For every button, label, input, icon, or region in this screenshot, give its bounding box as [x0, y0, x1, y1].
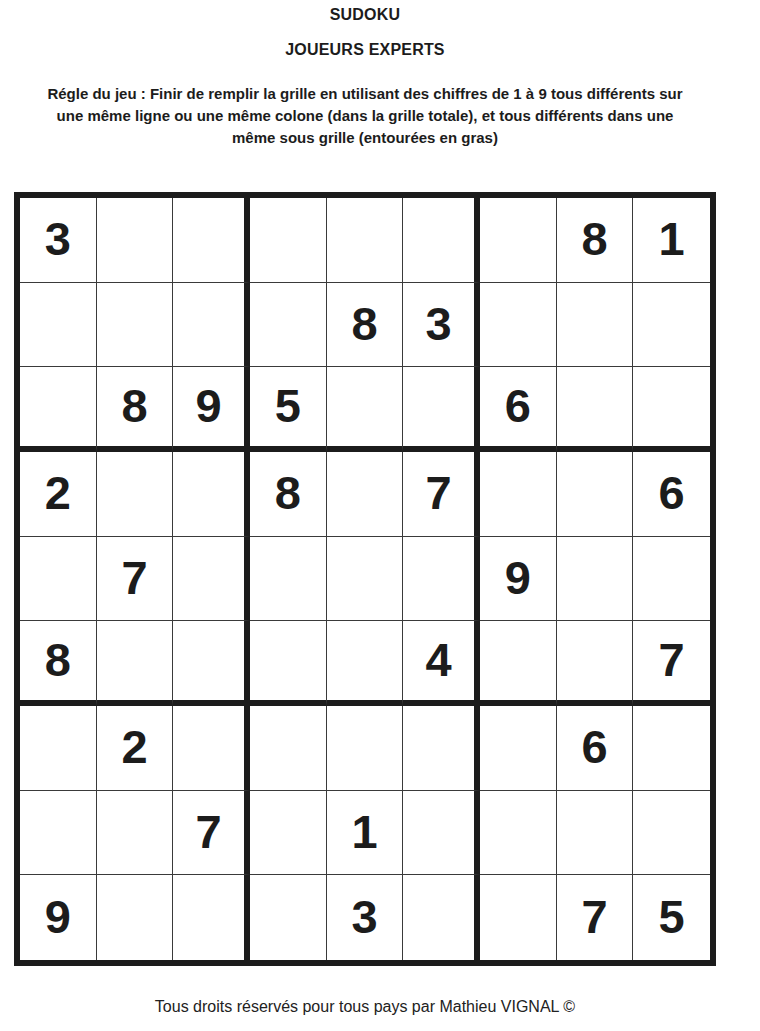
sudoku-cell-given: 7: [97, 537, 174, 622]
sudoku-cell-empty: [250, 791, 327, 876]
copyright-footer: Tous droits réservés pour tous pays par …: [0, 998, 730, 1016]
sudoku-cell-empty: [480, 875, 557, 960]
sudoku-cell-empty: [403, 198, 480, 283]
sudoku-cell-empty: [327, 367, 404, 452]
sudoku-cell-given: 8: [557, 198, 634, 283]
sudoku-cell-given: 8: [327, 283, 404, 368]
sudoku-cell-empty: [480, 283, 557, 368]
sudoku-cell-empty: [97, 198, 174, 283]
sudoku-board: 38183895628767984726719375: [14, 192, 716, 966]
sudoku-cell-given: 8: [97, 367, 174, 452]
sudoku-cell-empty: [20, 791, 97, 876]
sudoku-cell-empty: [480, 198, 557, 283]
page-title: SUDOKU: [0, 6, 730, 24]
rules-text: Régle du jeu : Finir de remplir la grill…: [0, 83, 730, 149]
sudoku-cell-empty: [173, 452, 250, 537]
sudoku-cell-empty: [557, 621, 634, 706]
sudoku-cell-empty: [250, 198, 327, 283]
sudoku-cell-empty: [20, 283, 97, 368]
sudoku-cell-empty: [633, 283, 710, 368]
sudoku-cell-empty: [633, 706, 710, 791]
sudoku-cell-empty: [557, 791, 634, 876]
sudoku-cell-empty: [20, 706, 97, 791]
sudoku-cell-empty: [97, 875, 174, 960]
sudoku-cell-empty: [173, 875, 250, 960]
sudoku-cell-given: 2: [20, 452, 97, 537]
sudoku-cell-given: 5: [633, 875, 710, 960]
sudoku-cell-empty: [633, 367, 710, 452]
sudoku-cell-empty: [250, 875, 327, 960]
sudoku-cell-empty: [250, 706, 327, 791]
sudoku-page: SUDOKU JOUEURS EXPERTS Régle du jeu : Fi…: [0, 0, 760, 1031]
sudoku-cell-empty: [97, 791, 174, 876]
sudoku-cell-empty: [403, 367, 480, 452]
sudoku-cell-empty: [557, 283, 634, 368]
sudoku-cell-empty: [250, 621, 327, 706]
sudoku-cell-empty: [327, 198, 404, 283]
sudoku-cell-empty: [97, 452, 174, 537]
sudoku-cell-empty: [633, 537, 710, 622]
sudoku-cell-empty: [173, 283, 250, 368]
sudoku-cell-given: 9: [20, 875, 97, 960]
sudoku-cell-given: 3: [327, 875, 404, 960]
rules-line-3: même sous grille (entourées en gras): [0, 127, 730, 149]
sudoku-cell-empty: [173, 198, 250, 283]
sudoku-cell-empty: [97, 621, 174, 706]
sudoku-cell-empty: [327, 706, 404, 791]
sudoku-cell-empty: [480, 791, 557, 876]
sudoku-cell-empty: [403, 791, 480, 876]
sudoku-cell-given: 6: [633, 452, 710, 537]
sudoku-cell-given: 7: [403, 452, 480, 537]
sudoku-cell-given: 8: [250, 452, 327, 537]
sudoku-cell-empty: [20, 537, 97, 622]
sudoku-cell-empty: [173, 706, 250, 791]
sudoku-cell-empty: [327, 452, 404, 537]
sudoku-cell-empty: [557, 537, 634, 622]
sudoku-cell-empty: [480, 706, 557, 791]
sudoku-cell-empty: [250, 283, 327, 368]
sudoku-cell-given: 8: [20, 621, 97, 706]
sudoku-cell-empty: [20, 367, 97, 452]
sudoku-cell-given: 7: [633, 621, 710, 706]
sudoku-cell-given: 2: [97, 706, 174, 791]
rules-line-1: Régle du jeu : Finir de remplir la grill…: [0, 83, 730, 105]
sudoku-cell-given: 7: [173, 791, 250, 876]
sudoku-cell-given: 6: [480, 367, 557, 452]
sudoku-cell-given: 9: [173, 367, 250, 452]
sudoku-cell-empty: [403, 706, 480, 791]
sudoku-cell-empty: [327, 537, 404, 622]
rules-line-2: une même ligne ou une même colone (dans …: [0, 105, 730, 127]
sudoku-cell-empty: [403, 875, 480, 960]
sudoku-cell-given: 3: [403, 283, 480, 368]
sudoku-cell-given: 7: [557, 875, 634, 960]
sudoku-cell-empty: [327, 621, 404, 706]
sudoku-cell-given: 4: [403, 621, 480, 706]
sudoku-cell-given: 5: [250, 367, 327, 452]
sudoku-cell-given: 6: [557, 706, 634, 791]
sudoku-cell-given: 9: [480, 537, 557, 622]
sudoku-cell-empty: [250, 537, 327, 622]
sudoku-cell-empty: [480, 621, 557, 706]
sudoku-cell-empty: [557, 367, 634, 452]
sudoku-cell-empty: [557, 452, 634, 537]
sudoku-cell-empty: [633, 791, 710, 876]
sudoku-cell-given: 1: [633, 198, 710, 283]
difficulty-subtitle: JOUEURS EXPERTS: [0, 41, 730, 59]
sudoku-cell-empty: [173, 621, 250, 706]
sudoku-cell-empty: [173, 537, 250, 622]
sudoku-cell-given: 3: [20, 198, 97, 283]
sudoku-cell-empty: [403, 537, 480, 622]
sudoku-cell-given: 1: [327, 791, 404, 876]
sudoku-cell-empty: [480, 452, 557, 537]
sudoku-cell-empty: [97, 283, 174, 368]
